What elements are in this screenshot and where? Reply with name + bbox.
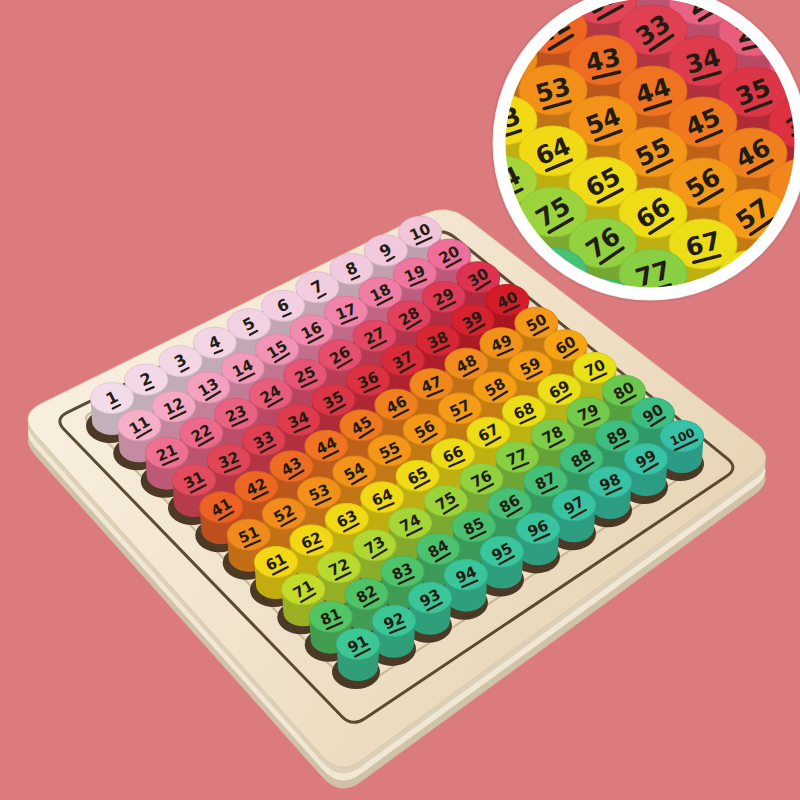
scene: 1092081930718294061728395051627384496015… (0, 0, 800, 800)
peg-label: 43 (583, 42, 624, 79)
peg-91[interactable]: 91 (332, 629, 380, 690)
hundred-board-photo: 1092081930718294061728395051627384496015… (0, 0, 800, 800)
